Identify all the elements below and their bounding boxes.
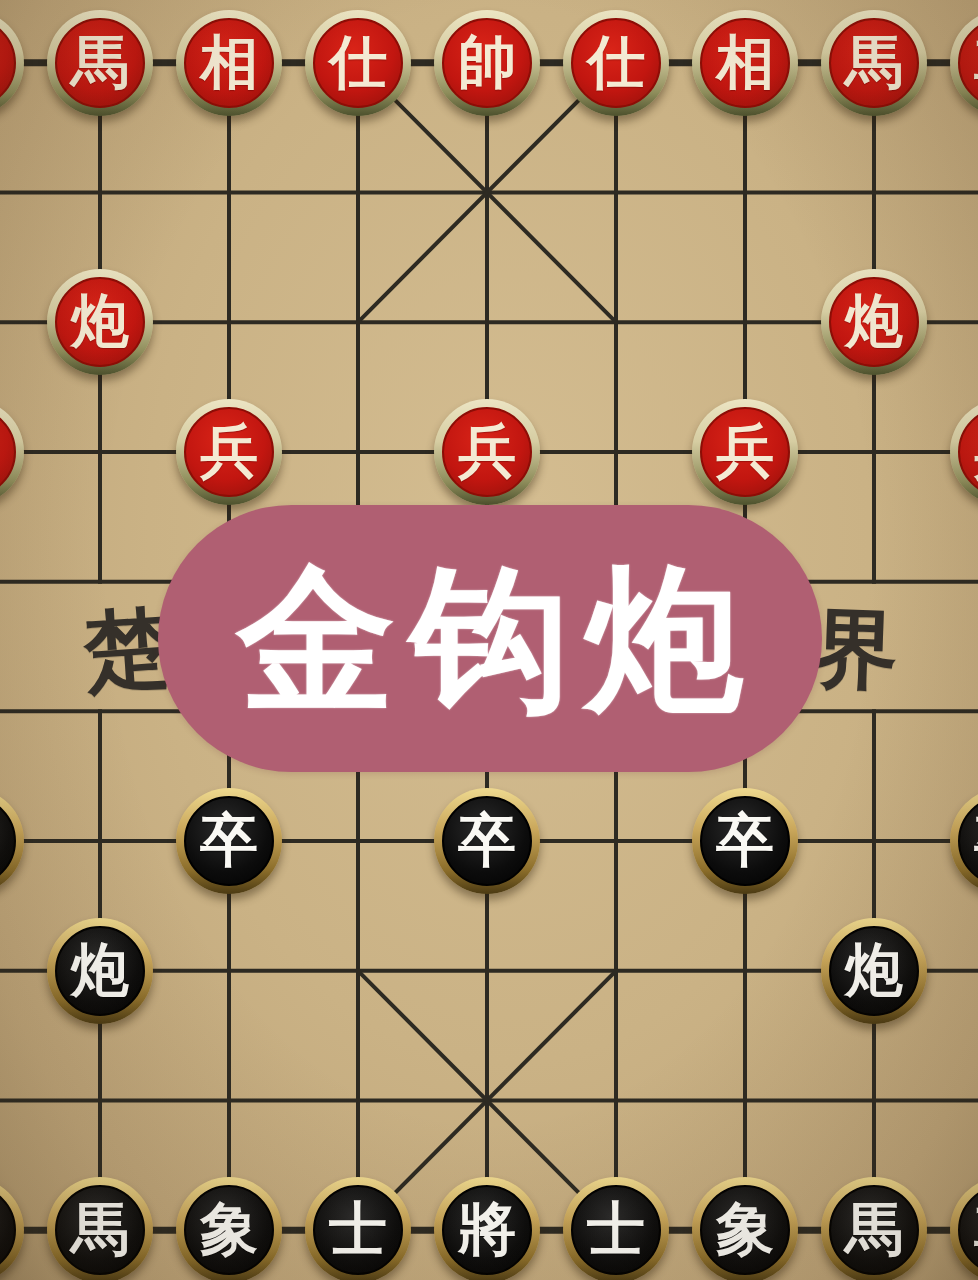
piece-character: 車 [974,33,978,91]
piece-black-cannon[interactable]: 炮 [47,918,153,1024]
piece-black-cannon[interactable]: 炮 [821,918,927,1024]
piece-face [0,1185,16,1275]
piece-red-soldier[interactable]: 兵 [434,399,540,505]
piece-red-horse[interactable]: 馬 [821,10,927,116]
piece-red-advisor[interactable]: 仕 [563,10,669,116]
piece-character: 炮 [845,292,903,350]
piece-red-soldier[interactable]: 兵 [950,399,978,505]
opening-name-banner: 金钩炮 [158,505,822,772]
piece-black-soldier[interactable]: 卒 [0,788,24,894]
piece-character: 象 [200,1200,258,1258]
piece-red-soldier[interactable]: 兵 [692,399,798,505]
piece-black-soldier[interactable]: 卒 [950,788,978,894]
piece-character: 兵 [458,422,516,480]
piece-red-soldier[interactable]: 兵 [176,399,282,505]
piece-black-soldier[interactable]: 卒 [176,788,282,894]
piece-character: 卒 [974,811,978,869]
piece-character: 馬 [71,1200,129,1258]
piece-face [0,407,16,497]
piece-character: 帥 [458,33,516,91]
piece-black-chariot[interactable]: 車 [950,1177,978,1280]
piece-red-elephant[interactable]: 相 [176,10,282,116]
piece-red-elephant[interactable]: 相 [692,10,798,116]
piece-character: 卒 [716,811,774,869]
piece-character: 相 [716,33,774,91]
piece-red-chariot[interactable]: 車 [950,10,978,116]
piece-face [0,18,16,108]
piece-black-horse[interactable]: 馬 [47,1177,153,1280]
piece-black-elephant[interactable]: 象 [176,1177,282,1280]
piece-character: 炮 [845,941,903,999]
piece-character: 馬 [71,33,129,91]
piece-black-elephant[interactable]: 象 [692,1177,798,1280]
piece-black-horse[interactable]: 馬 [821,1177,927,1280]
piece-black-chariot[interactable]: 車 [0,1177,24,1280]
piece-character: 車 [974,1200,978,1258]
piece-character: 卒 [200,811,258,869]
piece-black-advisor[interactable]: 士 [563,1177,669,1280]
piece-character: 士 [587,1200,645,1258]
piece-red-horse[interactable]: 馬 [47,10,153,116]
piece-red-cannon[interactable]: 炮 [47,269,153,375]
piece-red-advisor[interactable]: 仕 [305,10,411,116]
piece-character: 炮 [71,292,129,350]
piece-character: 仕 [587,33,645,91]
piece-red-general[interactable]: 帥 [434,10,540,116]
piece-character: 馬 [845,1200,903,1258]
piece-black-advisor[interactable]: 士 [305,1177,411,1280]
xiangqi-board[interactable]: 楚 界 車馬相仕帥仕相馬車炮炮兵兵兵兵兵卒卒卒卒卒炮炮車馬象士將士象馬車 金钩炮 [0,0,978,1280]
piece-character: 將 [458,1200,516,1258]
piece-character: 兵 [974,422,978,480]
piece-face [0,796,16,886]
piece-black-soldier[interactable]: 卒 [434,788,540,894]
piece-character: 馬 [845,33,903,91]
banner-text: 金钩炮 [237,560,759,718]
piece-black-general[interactable]: 將 [434,1177,540,1280]
piece-red-chariot[interactable]: 車 [0,10,24,116]
piece-character: 仕 [329,33,387,91]
piece-character: 象 [716,1200,774,1258]
piece-character: 兵 [716,422,774,480]
piece-character: 相 [200,33,258,91]
piece-character: 炮 [71,941,129,999]
piece-black-soldier[interactable]: 卒 [692,788,798,894]
piece-character: 士 [329,1200,387,1258]
piece-character: 卒 [458,811,516,869]
piece-character: 兵 [200,422,258,480]
piece-red-soldier[interactable]: 兵 [0,399,24,505]
piece-red-cannon[interactable]: 炮 [821,269,927,375]
